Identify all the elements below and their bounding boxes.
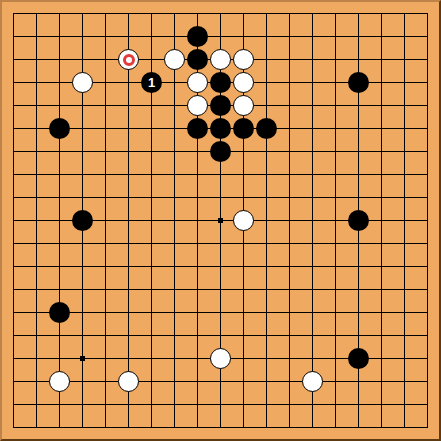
board-intersection (71, 416, 94, 439)
board-intersection (209, 393, 232, 416)
board-intersection (232, 117, 255, 140)
board-intersection (209, 370, 232, 393)
board-intersection (324, 232, 347, 255)
board-intersection (370, 186, 393, 209)
board-intersection (393, 140, 416, 163)
board-intersection (140, 255, 163, 278)
board-intersection (209, 232, 232, 255)
board-intersection (278, 347, 301, 370)
board-intersection (48, 71, 71, 94)
board-intersection (94, 324, 117, 347)
board-intersection (48, 324, 71, 347)
board-intersection (25, 25, 48, 48)
board-intersection (209, 117, 232, 140)
board-intersection (186, 232, 209, 255)
board-intersection (255, 71, 278, 94)
board-intersection (140, 48, 163, 71)
board-intersection (163, 186, 186, 209)
board-intersection (2, 278, 25, 301)
board-intersection (301, 232, 324, 255)
board-intersection (71, 2, 94, 25)
board-intersection (71, 232, 94, 255)
white-stone (233, 95, 254, 116)
board-intersection (163, 232, 186, 255)
board-intersection (370, 25, 393, 48)
board-intersection (2, 301, 25, 324)
board-intersection (301, 71, 324, 94)
board-intersection (163, 71, 186, 94)
board-intersection (393, 209, 416, 232)
white-stone (164, 49, 185, 70)
board-intersection (186, 370, 209, 393)
black-stone (187, 118, 208, 139)
board-intersection (117, 278, 140, 301)
board-intersection (140, 140, 163, 163)
board-intersection (117, 209, 140, 232)
board-intersection (324, 117, 347, 140)
board-intersection (25, 71, 48, 94)
board-intersection (186, 301, 209, 324)
board-intersection (163, 48, 186, 71)
board-intersection (416, 393, 439, 416)
board-intersection (48, 370, 71, 393)
board-intersection (117, 393, 140, 416)
board-intersection (324, 301, 347, 324)
board-intersection (186, 347, 209, 370)
board-intersection (140, 209, 163, 232)
board-intersection (71, 140, 94, 163)
board-intersection (416, 370, 439, 393)
board-intersection (71, 25, 94, 48)
board-intersection (48, 25, 71, 48)
black-stone (233, 118, 254, 139)
board-intersection (25, 140, 48, 163)
board-intersection (25, 370, 48, 393)
board-intersection (416, 94, 439, 117)
board-intersection (163, 209, 186, 232)
board-intersection (25, 393, 48, 416)
board-intersection (370, 48, 393, 71)
board-intersection (25, 117, 48, 140)
board-intersection (324, 140, 347, 163)
board-intersection (140, 393, 163, 416)
board-intersection (370, 393, 393, 416)
board-intersection (278, 393, 301, 416)
white-stone (302, 371, 323, 392)
board-intersection (117, 48, 140, 71)
board-intersection (2, 71, 25, 94)
board-intersection (140, 347, 163, 370)
board-intersection (347, 232, 370, 255)
board-intersection (255, 117, 278, 140)
board-intersection (324, 416, 347, 439)
board-intersection (94, 48, 117, 71)
board-intersection (94, 393, 117, 416)
board-intersection (2, 393, 25, 416)
board-intersection (186, 25, 209, 48)
board-intersection (117, 255, 140, 278)
board-intersection (278, 186, 301, 209)
board-intersection (94, 278, 117, 301)
board-intersection (255, 393, 278, 416)
board-intersection (25, 278, 48, 301)
board-intersection (301, 140, 324, 163)
board-intersection (232, 301, 255, 324)
board-intersection (140, 232, 163, 255)
board-intersection (117, 186, 140, 209)
board-intersection (48, 186, 71, 209)
board-intersection (278, 25, 301, 48)
board-intersection (416, 117, 439, 140)
black-stone (348, 348, 369, 369)
board-intersection (370, 347, 393, 370)
board-intersection (347, 186, 370, 209)
board-intersection (186, 278, 209, 301)
board-intersection (232, 71, 255, 94)
board-intersection (209, 71, 232, 94)
white-stone (72, 72, 93, 93)
board-intersection (2, 209, 25, 232)
board-intersection (140, 370, 163, 393)
board-intersection (370, 370, 393, 393)
board-intersection (232, 163, 255, 186)
board-intersection (393, 393, 416, 416)
board-intersection (255, 140, 278, 163)
board-intersection (370, 301, 393, 324)
board-intersection (94, 416, 117, 439)
star-point (218, 218, 223, 223)
board-intersection (209, 347, 232, 370)
board-intersection (94, 186, 117, 209)
board-intersection (25, 2, 48, 25)
board-intersection (278, 301, 301, 324)
black-stone (210, 118, 231, 139)
board-intersection (232, 393, 255, 416)
board-intersection (186, 393, 209, 416)
board-frame: 1 (0, 0, 441, 441)
board-intersection (209, 163, 232, 186)
board-intersection (25, 186, 48, 209)
board-intersection (117, 2, 140, 25)
black-stone (210, 95, 231, 116)
board-intersection: 1 (140, 71, 163, 94)
board-intersection (209, 48, 232, 71)
board-intersection (163, 140, 186, 163)
board-intersection (416, 48, 439, 71)
board-intersection (48, 48, 71, 71)
board-intersection (324, 94, 347, 117)
board-intersection (94, 255, 117, 278)
board-intersection (94, 94, 117, 117)
board-intersection (416, 186, 439, 209)
board-intersection (301, 48, 324, 71)
board-intersection (163, 416, 186, 439)
white-stone (187, 72, 208, 93)
board-intersection (278, 255, 301, 278)
marked-white-stone (118, 49, 139, 70)
board-intersection (324, 324, 347, 347)
board-intersection (255, 163, 278, 186)
board-intersection (25, 232, 48, 255)
board-intersection (301, 324, 324, 347)
board-intersection (117, 347, 140, 370)
board-intersection (186, 117, 209, 140)
board-intersection (301, 370, 324, 393)
board-intersection (301, 278, 324, 301)
board-intersection (393, 370, 416, 393)
board-intersection (209, 209, 232, 232)
board-intersection (416, 278, 439, 301)
board-intersection (94, 163, 117, 186)
board-intersection (393, 71, 416, 94)
board-intersection (232, 416, 255, 439)
white-stone (118, 371, 139, 392)
white-stone (49, 371, 70, 392)
board-intersection (255, 2, 278, 25)
board-intersection (278, 117, 301, 140)
board-intersection (324, 370, 347, 393)
board-intersection (393, 278, 416, 301)
board-intersection (416, 163, 439, 186)
board-intersection (255, 209, 278, 232)
black-stone (210, 72, 231, 93)
board-intersection (94, 209, 117, 232)
move-number-label: 1 (148, 76, 155, 89)
board-intersection (416, 25, 439, 48)
black-stone (256, 118, 277, 139)
board-intersection (347, 48, 370, 71)
white-stone (233, 49, 254, 70)
board-intersection (117, 140, 140, 163)
board-intersection (416, 232, 439, 255)
board-intersection (71, 278, 94, 301)
board-intersection (25, 163, 48, 186)
board-intersection (25, 324, 48, 347)
board-intersection (393, 301, 416, 324)
board-intersection (370, 163, 393, 186)
board-intersection (140, 278, 163, 301)
board-intersection (117, 117, 140, 140)
board-intersection (71, 347, 94, 370)
circle-mark-icon (123, 54, 135, 66)
board-intersection (255, 255, 278, 278)
board-intersection (163, 347, 186, 370)
board-intersection (209, 301, 232, 324)
board-intersection (2, 25, 25, 48)
board-intersection (140, 186, 163, 209)
board-intersection (48, 278, 71, 301)
board-intersection (94, 25, 117, 48)
board-intersection (232, 186, 255, 209)
board-intersection (48, 209, 71, 232)
board-intersection (347, 393, 370, 416)
board-intersection (393, 94, 416, 117)
board-intersection (232, 25, 255, 48)
board-intersection (2, 255, 25, 278)
board-intersection (255, 416, 278, 439)
board-intersection (278, 209, 301, 232)
board-intersection (71, 209, 94, 232)
board-intersection (71, 370, 94, 393)
board-intersection (324, 209, 347, 232)
board-intersection (255, 186, 278, 209)
labeled-black-stone: 1 (141, 72, 162, 93)
board-intersection (117, 416, 140, 439)
board-intersection (48, 94, 71, 117)
board-intersection (48, 255, 71, 278)
board-intersection (324, 163, 347, 186)
board-intersection (2, 94, 25, 117)
board-intersection (2, 163, 25, 186)
board-intersection (94, 71, 117, 94)
board-intersection (370, 416, 393, 439)
board-intersection (117, 163, 140, 186)
board-intersection (324, 255, 347, 278)
white-stone (233, 72, 254, 93)
board-intersection (347, 71, 370, 94)
board-intersection (140, 416, 163, 439)
board-intersection (2, 140, 25, 163)
board-intersection (301, 94, 324, 117)
board-intersection (48, 140, 71, 163)
board-intersection (370, 117, 393, 140)
board-intersection (347, 301, 370, 324)
board-intersection (301, 393, 324, 416)
board-intersection (370, 255, 393, 278)
board-intersection (209, 25, 232, 48)
board-intersection (301, 186, 324, 209)
black-stone (348, 72, 369, 93)
board-intersection (232, 2, 255, 25)
board-intersection (232, 278, 255, 301)
board-intersection (393, 25, 416, 48)
board-intersection (347, 416, 370, 439)
board-intersection (370, 209, 393, 232)
board-intersection (186, 186, 209, 209)
board-intersection (232, 209, 255, 232)
board-intersection (2, 370, 25, 393)
board-intersection (117, 301, 140, 324)
board-intersection (25, 255, 48, 278)
board-intersection (232, 370, 255, 393)
board-intersection (416, 2, 439, 25)
board-intersection (117, 232, 140, 255)
board-intersection (25, 94, 48, 117)
board-intersection (163, 25, 186, 48)
black-stone (187, 26, 208, 47)
board-intersection (48, 117, 71, 140)
board-intersection (71, 117, 94, 140)
board-intersection (94, 370, 117, 393)
board-intersection (48, 347, 71, 370)
board-intersection (347, 209, 370, 232)
board-intersection (2, 48, 25, 71)
board-intersection (301, 416, 324, 439)
black-stone (210, 141, 231, 162)
board-intersection (25, 416, 48, 439)
board-intersection (370, 2, 393, 25)
board-intersection (140, 163, 163, 186)
black-stone (49, 302, 70, 323)
board-intersection (301, 301, 324, 324)
board-intersection (278, 232, 301, 255)
board-intersection (25, 347, 48, 370)
board-intersection (416, 71, 439, 94)
board-intersection (301, 347, 324, 370)
white-stone (210, 348, 231, 369)
board-intersection (140, 2, 163, 25)
board-intersection (71, 324, 94, 347)
board-intersection (71, 186, 94, 209)
board-intersection (209, 278, 232, 301)
board-intersection (416, 324, 439, 347)
board-intersection (232, 94, 255, 117)
board-intersection (2, 232, 25, 255)
board-intersection (140, 301, 163, 324)
board-intersection (140, 94, 163, 117)
board-intersection (347, 255, 370, 278)
board-intersection (232, 232, 255, 255)
board-intersection (94, 140, 117, 163)
board-intersection (278, 140, 301, 163)
board-intersection (186, 324, 209, 347)
board-intersection (25, 48, 48, 71)
board-intersection (255, 94, 278, 117)
board-intersection (370, 278, 393, 301)
board-intersection (416, 140, 439, 163)
board-intersection (278, 94, 301, 117)
board-intersection (278, 416, 301, 439)
board-intersection (301, 255, 324, 278)
board-intersection (117, 370, 140, 393)
board-intersection (2, 347, 25, 370)
black-stone (72, 210, 93, 231)
board-intersection (255, 48, 278, 71)
board-intersection (416, 209, 439, 232)
board-intersection (209, 255, 232, 278)
board-intersection (71, 48, 94, 71)
board-intersection (347, 2, 370, 25)
board-intersection (140, 324, 163, 347)
board-intersection (301, 163, 324, 186)
board-intersection (71, 71, 94, 94)
board-intersection (370, 324, 393, 347)
board-intersection (324, 2, 347, 25)
board-intersection (117, 324, 140, 347)
board-intersection (301, 209, 324, 232)
board-intersection (393, 347, 416, 370)
board-intersection (255, 324, 278, 347)
board-intersection (324, 25, 347, 48)
board-intersection (393, 117, 416, 140)
board-intersection (232, 140, 255, 163)
board-intersection (278, 163, 301, 186)
board-intersection (48, 393, 71, 416)
board-intersection (255, 301, 278, 324)
board-intersection (209, 94, 232, 117)
board-intersection (163, 324, 186, 347)
board-intersection (278, 48, 301, 71)
board-intersection (186, 255, 209, 278)
white-stone (233, 210, 254, 231)
board-intersection (416, 301, 439, 324)
board-intersection (347, 163, 370, 186)
white-stone (210, 49, 231, 70)
board-intersection (186, 140, 209, 163)
go-board: 1 (2, 2, 439, 439)
board-intersection (186, 71, 209, 94)
board-intersection (186, 2, 209, 25)
